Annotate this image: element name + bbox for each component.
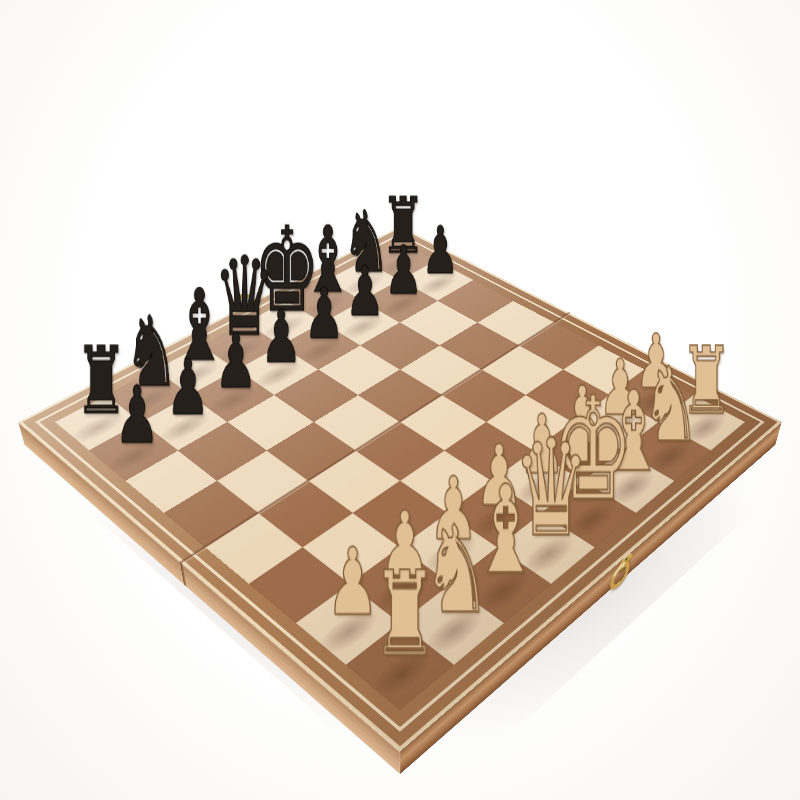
board-face: ♜♞♝♛♚♝♞♜♟♟♟♟♟♟♟♟♟♟♟♟♟♟♟♟♜♞♝♛♚♝♞♜	[18, 226, 782, 751]
piece-black-pawn-a7[interactable]: ♟	[114, 380, 159, 453]
piece-black-pawn-b7[interactable]: ♟	[165, 354, 209, 425]
piece-black-pawn-g7[interactable]: ♟	[384, 241, 422, 303]
piece-black-pawn-d7[interactable]: ♟	[260, 305, 301, 372]
piece-black-pawn-c7[interactable]: ♟	[214, 329, 257, 398]
piece-white-rook-a1[interactable]: ♜	[371, 561, 438, 668]
board-3d-wrapper: ♜♞♝♛♚♝♞♜♟♟♟♟♟♟♟♟♟♟♟♟♟♟♟♟♜♞♝♛♚♝♞♜	[18, 226, 782, 751]
chess-set-photo: ♜♞♝♛♚♝♞♜♟♟♟♟♟♟♟♟♟♟♟♟♟♟♟♟♜♞♝♛♚♝♞♜	[0, 0, 800, 800]
piece-black-pawn-h7[interactable]: ♟	[421, 222, 458, 282]
piece-white-pawn-a2[interactable]: ♟	[325, 541, 378, 626]
piece-black-pawn-f7[interactable]: ♟	[345, 261, 384, 324]
piece-black-pawn-e7[interactable]: ♟	[303, 282, 343, 347]
chess-board-box: ♜♞♝♛♚♝♞♜♟♟♟♟♟♟♟♟♟♟♟♟♟♟♟♟♜♞♝♛♚♝♞♜	[18, 226, 782, 751]
